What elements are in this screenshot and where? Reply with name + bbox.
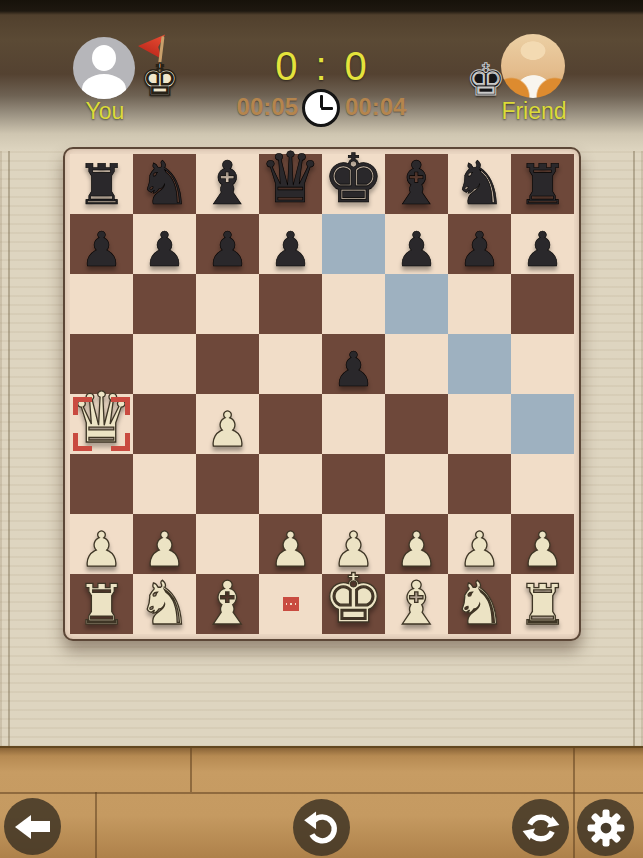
- chess-board: ♜♞♝♛♚♝♞♜♟♟♟♟♟♟♟♟♛♟♟♟♟♟♟♟♟♜♞♝♚♝♞♜: [63, 147, 581, 641]
- square-h6[interactable]: [511, 274, 574, 334]
- piece-white-pawn-h2[interactable]: ♟: [511, 525, 574, 573]
- piece-white-rook-a1[interactable]: ♜: [70, 577, 133, 633]
- square-e8[interactable]: ♚: [322, 154, 385, 214]
- square-h7[interactable]: ♟: [511, 214, 574, 274]
- square-b2[interactable]: ♟: [133, 514, 196, 574]
- undo-arrow-icon: [303, 809, 341, 847]
- floor-plank-seam: [573, 748, 575, 858]
- square-a2[interactable]: ♟: [70, 514, 133, 574]
- settings-button[interactable]: [577, 799, 634, 856]
- timer-black: 00:04: [345, 93, 440, 121]
- undo-button[interactable]: [293, 799, 350, 856]
- square-d5[interactable]: [259, 334, 322, 394]
- square-e1[interactable]: ♚: [322, 574, 385, 634]
- table-plank-seam: [633, 151, 635, 748]
- floor-plank-seam: [95, 792, 97, 858]
- square-a6[interactable]: [70, 274, 133, 334]
- square-c6[interactable]: [196, 274, 259, 334]
- last-move-target-marker: [111, 433, 130, 451]
- piece-black-pawn-d7[interactable]: ♟: [259, 225, 322, 273]
- square-f3[interactable]: [385, 454, 448, 514]
- square-d4[interactable]: [259, 394, 322, 454]
- square-g2[interactable]: ♟: [448, 514, 511, 574]
- piece-black-pawn-h7[interactable]: ♟: [511, 225, 574, 273]
- square-a1[interactable]: ♜: [70, 574, 133, 634]
- square-c5[interactable]: [196, 334, 259, 394]
- piece-white-pawn-f2[interactable]: ♟: [385, 525, 448, 573]
- back-button[interactable]: [4, 798, 61, 855]
- square-h3[interactable]: [511, 454, 574, 514]
- clock-icon: [302, 89, 340, 127]
- floor-plank-seam: [0, 792, 643, 794]
- avatar-friend: [501, 34, 565, 98]
- square-e4[interactable]: [322, 394, 385, 454]
- square-d7[interactable]: ♟: [259, 214, 322, 274]
- square-f1[interactable]: ♝: [385, 574, 448, 634]
- rotate-board-button[interactable]: [512, 799, 569, 856]
- square-e6[interactable]: [322, 274, 385, 334]
- piece-white-knight-b1[interactable]: ♞: [133, 573, 196, 633]
- piece-black-king-e8[interactable]: ♚: [322, 145, 385, 213]
- square-a7[interactable]: ♟: [70, 214, 133, 274]
- square-a8[interactable]: ♜: [70, 154, 133, 214]
- last-move-target-marker: [73, 397, 92, 415]
- score-right: 0: [345, 44, 367, 88]
- square-c4[interactable]: ♟: [196, 394, 259, 454]
- square-b7[interactable]: ♟: [133, 214, 196, 274]
- arrow-left-icon: [15, 815, 51, 839]
- square-h2[interactable]: ♟: [511, 514, 574, 574]
- square-c8[interactable]: ♝: [196, 154, 259, 214]
- square-f4[interactable]: [385, 394, 448, 454]
- square-g8[interactable]: ♞: [448, 154, 511, 214]
- square-c2[interactable]: [196, 514, 259, 574]
- square-h1[interactable]: ♜: [511, 574, 574, 634]
- piece-white-rook-h1[interactable]: ♜: [511, 577, 574, 633]
- white-king-icon: ♚: [136, 58, 184, 102]
- piece-white-pawn-g2[interactable]: ♟: [448, 525, 511, 573]
- last-move-target-marker: [73, 433, 92, 451]
- piece-black-bishop-f8[interactable]: ♝: [385, 153, 448, 213]
- piece-black-pawn-e5[interactable]: ♟: [322, 345, 385, 393]
- square-c7[interactable]: ♟: [196, 214, 259, 274]
- score-separator: :: [315, 44, 326, 88]
- square-f8[interactable]: ♝: [385, 154, 448, 214]
- last-move-origin-marker: [280, 594, 302, 614]
- piece-black-rook-h8[interactable]: ♜: [511, 157, 574, 213]
- square-d2[interactable]: ♟: [259, 514, 322, 574]
- score-left: 0: [275, 44, 297, 88]
- square-h4[interactable]: [511, 394, 574, 454]
- timer-white: 00:05: [203, 93, 298, 121]
- last-move-target-marker: [111, 397, 130, 415]
- square-b5[interactable]: [133, 334, 196, 394]
- piece-white-pawn-c4[interactable]: ♟: [196, 405, 259, 453]
- piece-black-knight-g8[interactable]: ♞: [448, 153, 511, 213]
- score-display: 0:0: [221, 44, 421, 89]
- chess-app: ♚ You 0:0 00:05 00:04 ♚ Friend ♜♞♝♛♚♝♞♜♟…: [0, 0, 643, 858]
- square-e3[interactable]: [322, 454, 385, 514]
- piece-black-pawn-f7[interactable]: ♟: [385, 225, 448, 273]
- square-f5[interactable]: [385, 334, 448, 394]
- piece-white-pawn-d2[interactable]: ♟: [259, 525, 322, 573]
- square-b6[interactable]: [133, 274, 196, 334]
- square-b3[interactable]: [133, 454, 196, 514]
- piece-white-bishop-f1[interactable]: ♝: [385, 573, 448, 633]
- board-squares: ♜♞♝♛♚♝♞♜♟♟♟♟♟♟♟♟♛♟♟♟♟♟♟♟♟♜♞♝♚♝♞♜: [70, 154, 574, 634]
- square-c1[interactable]: ♝: [196, 574, 259, 634]
- square-g5[interactable]: [448, 334, 511, 394]
- square-d3[interactable]: [259, 454, 322, 514]
- square-a3[interactable]: [70, 454, 133, 514]
- square-g7[interactable]: ♟: [448, 214, 511, 274]
- player-name-friend: Friend: [498, 98, 570, 125]
- sync-arrows-icon: [522, 809, 560, 847]
- square-c3[interactable]: [196, 454, 259, 514]
- piece-black-bishop-c8[interactable]: ♝: [196, 153, 259, 213]
- square-f6[interactable]: [385, 274, 448, 334]
- table-plank-seam: [8, 151, 10, 748]
- piece-black-pawn-g7[interactable]: ♟: [448, 225, 511, 273]
- piece-white-bishop-c1[interactable]: ♝: [196, 573, 259, 633]
- square-d8[interactable]: ♛: [259, 154, 322, 214]
- square-h8[interactable]: ♜: [511, 154, 574, 214]
- square-d6[interactable]: [259, 274, 322, 334]
- square-f2[interactable]: ♟: [385, 514, 448, 574]
- square-g4[interactable]: [448, 394, 511, 454]
- piece-white-pawn-b2[interactable]: ♟: [133, 525, 196, 573]
- square-f7[interactable]: ♟: [385, 214, 448, 274]
- piece-black-knight-b8[interactable]: ♞: [133, 153, 196, 213]
- piece-black-rook-a8[interactable]: ♜: [70, 157, 133, 213]
- piece-black-queen-d8[interactable]: ♛: [259, 143, 322, 213]
- floor-plank-seam: [190, 748, 192, 792]
- square-g3[interactable]: [448, 454, 511, 514]
- piece-white-king-e1[interactable]: ♚: [322, 565, 385, 633]
- piece-black-pawn-c7[interactable]: ♟: [196, 225, 259, 273]
- square-e5[interactable]: ♟: [322, 334, 385, 394]
- player-name-you: You: [70, 98, 140, 125]
- piece-white-pawn-a2[interactable]: ♟: [70, 525, 133, 573]
- square-b8[interactable]: ♞: [133, 154, 196, 214]
- square-e7[interactable]: [322, 214, 385, 274]
- square-d1[interactable]: [259, 574, 322, 634]
- square-b1[interactable]: ♞: [133, 574, 196, 634]
- piece-black-pawn-b7[interactable]: ♟: [133, 225, 196, 273]
- gear-icon: [586, 808, 626, 848]
- square-a4[interactable]: ♛: [70, 394, 133, 454]
- square-g1[interactable]: ♞: [448, 574, 511, 634]
- avatar-you: [73, 37, 135, 99]
- piece-black-pawn-a7[interactable]: ♟: [70, 225, 133, 273]
- piece-white-knight-g1[interactable]: ♞: [448, 573, 511, 633]
- square-g6[interactable]: [448, 274, 511, 334]
- square-h5[interactable]: [511, 334, 574, 394]
- square-b4[interactable]: [133, 394, 196, 454]
